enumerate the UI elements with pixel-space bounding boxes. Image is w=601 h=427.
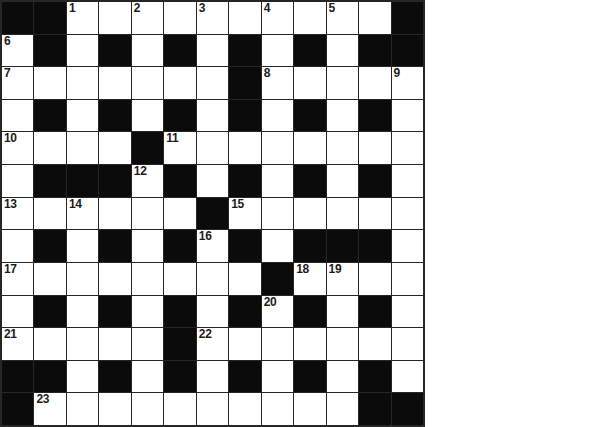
black-cell-r9c11	[359, 296, 390, 328]
white-cell-r8c10[interactable]: 19	[327, 263, 358, 295]
clue-number-16: 16	[199, 230, 212, 244]
black-cell-r8c8	[262, 263, 293, 295]
black-cell-r11c11	[359, 361, 390, 393]
white-cell-r5c12[interactable]	[392, 165, 423, 197]
white-cell-r1c8[interactable]	[262, 35, 293, 67]
white-cell-r5c0[interactable]	[2, 165, 33, 197]
black-cell-r0c0	[2, 2, 33, 34]
white-cell-r4c12[interactable]	[392, 132, 423, 164]
clue-number-8: 8	[264, 67, 270, 81]
white-cell-r12c4[interactable]	[132, 393, 163, 425]
white-cell-r1c10[interactable]	[327, 35, 358, 67]
clue-number-11: 11	[166, 132, 178, 146]
white-cell-r9c0[interactable]	[2, 296, 33, 328]
black-cell-r3c1	[34, 100, 65, 132]
white-cell-r0c5[interactable]	[164, 2, 195, 34]
white-cell-r3c4[interactable]	[132, 100, 163, 132]
white-cell-r4c7[interactable]	[229, 132, 260, 164]
white-cell-r8c6[interactable]	[197, 263, 228, 295]
clue-number-18: 18	[296, 263, 309, 277]
page: 1234567891011121314151617181920212223	[0, 0, 601, 427]
white-cell-r2c9[interactable]	[294, 67, 325, 99]
white-cell-r7c4[interactable]	[132, 230, 163, 262]
black-cell-r9c5	[164, 296, 195, 328]
black-cell-r7c7	[229, 230, 260, 262]
black-cell-r12c11	[359, 393, 390, 425]
white-cell-r6c8[interactable]	[262, 198, 293, 230]
white-cell-r12c1[interactable]: 23	[34, 393, 65, 425]
white-cell-r6c3[interactable]	[99, 198, 130, 230]
clue-number-14: 14	[69, 198, 82, 212]
white-cell-r9c12[interactable]	[392, 296, 423, 328]
white-cell-r3c10[interactable]	[327, 100, 358, 132]
white-cell-r10c8[interactable]	[262, 328, 293, 360]
white-cell-r0c10[interactable]: 5	[327, 2, 358, 34]
black-cell-r7c3	[99, 230, 130, 262]
white-cell-r5c8[interactable]	[262, 165, 293, 197]
white-cell-r4c8[interactable]	[262, 132, 293, 164]
white-cell-r10c11[interactable]	[359, 328, 390, 360]
white-cell-r12c5[interactable]	[164, 393, 195, 425]
black-cell-r3c7	[229, 100, 260, 132]
black-cell-r5c5	[164, 165, 195, 197]
white-cell-r8c2[interactable]	[67, 263, 98, 295]
black-cell-r1c11	[359, 35, 390, 67]
white-cell-r10c9[interactable]	[294, 328, 325, 360]
clue-number-17: 17	[4, 263, 17, 277]
white-cell-r12c8[interactable]	[262, 393, 293, 425]
black-cell-r1c7	[229, 35, 260, 67]
black-cell-r5c1	[34, 165, 65, 197]
clue-number-5: 5	[329, 2, 335, 16]
white-cell-r11c2[interactable]	[67, 361, 98, 393]
black-cell-r9c1	[34, 296, 65, 328]
white-cell-r7c12[interactable]	[392, 230, 423, 262]
black-cell-r0c1	[34, 2, 65, 34]
clue-number-3: 3	[199, 2, 205, 16]
white-cell-r11c12[interactable]	[392, 361, 423, 393]
clue-number-2: 2	[134, 2, 140, 16]
white-cell-r11c4[interactable]	[132, 361, 163, 393]
white-cell-r0c7[interactable]	[229, 2, 260, 34]
black-cell-r7c5	[164, 230, 195, 262]
white-cell-r12c10[interactable]	[327, 393, 358, 425]
white-cell-r4c9[interactable]	[294, 132, 325, 164]
clue-number-4: 4	[264, 2, 270, 16]
white-cell-r0c4[interactable]: 2	[132, 2, 163, 34]
black-cell-r5c3	[99, 165, 130, 197]
white-cell-r12c2[interactable]	[67, 393, 98, 425]
white-cell-r8c0[interactable]: 17	[2, 263, 33, 295]
white-cell-r6c0[interactable]: 13	[2, 198, 33, 230]
black-cell-r7c10	[327, 230, 358, 262]
white-cell-r8c1[interactable]	[34, 263, 65, 295]
white-cell-r6c2[interactable]: 14	[67, 198, 98, 230]
white-cell-r12c7[interactable]	[229, 393, 260, 425]
clue-number-12: 12	[134, 165, 147, 179]
black-cell-r11c9	[294, 361, 325, 393]
white-cell-r8c12[interactable]	[392, 263, 423, 295]
white-cell-r3c12[interactable]	[392, 100, 423, 132]
white-cell-r6c1[interactable]	[34, 198, 65, 230]
clue-number-13: 13	[4, 198, 17, 212]
white-cell-r3c0[interactable]	[2, 100, 33, 132]
clue-number-21: 21	[4, 328, 17, 342]
white-cell-r2c11[interactable]	[359, 67, 390, 99]
white-cell-r4c1[interactable]	[34, 132, 65, 164]
white-cell-r0c3[interactable]	[99, 2, 130, 34]
clue-number-7: 7	[4, 67, 10, 81]
white-cell-r8c3[interactable]	[99, 263, 130, 295]
white-cell-r6c7[interactable]: 15	[229, 198, 260, 230]
black-cell-r4c4	[132, 132, 163, 164]
white-cell-r8c11[interactable]	[359, 263, 390, 295]
white-cell-r4c10[interactable]	[327, 132, 358, 164]
white-cell-r2c1[interactable]	[34, 67, 65, 99]
white-cell-r0c9[interactable]	[294, 2, 325, 34]
black-cell-r11c3	[99, 361, 130, 393]
white-cell-r1c2[interactable]	[67, 35, 98, 67]
white-cell-r0c6[interactable]: 3	[197, 2, 228, 34]
black-cell-r2c7	[229, 67, 260, 99]
white-cell-r4c6[interactable]	[197, 132, 228, 164]
clue-number-15: 15	[231, 198, 244, 212]
white-cell-r4c0[interactable]: 10	[2, 132, 33, 164]
white-cell-r7c0[interactable]	[2, 230, 33, 262]
white-cell-r11c8[interactable]	[262, 361, 293, 393]
white-cell-r7c2[interactable]	[67, 230, 98, 262]
white-cell-r4c5[interactable]: 11	[164, 132, 195, 164]
black-cell-r9c9	[294, 296, 325, 328]
white-cell-r11c10[interactable]	[327, 361, 358, 393]
black-cell-r3c5	[164, 100, 195, 132]
white-cell-r2c3[interactable]	[99, 67, 130, 99]
black-cell-r3c11	[359, 100, 390, 132]
white-cell-r7c8[interactable]	[262, 230, 293, 262]
white-cell-r5c10[interactable]	[327, 165, 358, 197]
white-cell-r8c7[interactable]	[229, 263, 260, 295]
clue-number-19: 19	[329, 263, 342, 277]
white-cell-r3c2[interactable]	[67, 100, 98, 132]
white-cell-r1c4[interactable]	[132, 35, 163, 67]
white-cell-r6c11[interactable]	[359, 198, 390, 230]
clue-number-20: 20	[264, 296, 277, 310]
black-cell-r9c3	[99, 296, 130, 328]
white-cell-r10c4[interactable]	[132, 328, 163, 360]
white-cell-r9c8[interactable]: 20	[262, 296, 293, 328]
white-cell-r6c4[interactable]	[132, 198, 163, 230]
white-cell-r5c4[interactable]: 12	[132, 165, 163, 197]
black-cell-r1c9	[294, 35, 325, 67]
white-cell-r10c0[interactable]: 21	[2, 328, 33, 360]
white-cell-r8c5[interactable]	[164, 263, 195, 295]
white-cell-r6c5[interactable]	[164, 198, 195, 230]
black-cell-r11c1	[34, 361, 65, 393]
black-cell-r6c6	[197, 198, 228, 230]
black-cell-r12c0	[2, 393, 33, 425]
crossword-grid: 1234567891011121314151617181920212223	[0, 0, 425, 427]
white-cell-r9c4[interactable]	[132, 296, 163, 328]
black-cell-r9c7	[229, 296, 260, 328]
white-cell-r2c12[interactable]: 9	[392, 67, 423, 99]
black-cell-r7c11	[359, 230, 390, 262]
white-cell-r3c6[interactable]	[197, 100, 228, 132]
black-cell-r3c3	[99, 100, 130, 132]
white-cell-r0c2[interactable]: 1	[67, 2, 98, 34]
black-cell-r11c0	[2, 361, 33, 393]
white-cell-r9c6[interactable]	[197, 296, 228, 328]
clue-number-10: 10	[4, 132, 17, 146]
clue-number-23: 23	[36, 393, 49, 407]
black-cell-r3c9	[294, 100, 325, 132]
white-cell-r7c6[interactable]: 16	[197, 230, 228, 262]
black-cell-r11c7	[229, 361, 260, 393]
white-cell-r2c8[interactable]: 8	[262, 67, 293, 99]
clue-number-9: 9	[394, 67, 400, 81]
white-cell-r4c11[interactable]	[359, 132, 390, 164]
black-cell-r11c5	[164, 361, 195, 393]
white-cell-r2c4[interactable]	[132, 67, 163, 99]
white-cell-r0c11[interactable]	[359, 2, 390, 34]
black-cell-r1c5	[164, 35, 195, 67]
white-cell-r10c7[interactable]	[229, 328, 260, 360]
white-cell-r1c6[interactable]	[197, 35, 228, 67]
white-cell-r4c2[interactable]	[67, 132, 98, 164]
white-cell-r0c8[interactable]: 4	[262, 2, 293, 34]
black-cell-r12c12	[392, 393, 423, 425]
black-cell-r5c2	[67, 165, 98, 197]
white-cell-r9c2[interactable]	[67, 296, 98, 328]
white-cell-r3c8[interactable]	[262, 100, 293, 132]
clue-number-1: 1	[69, 2, 75, 16]
white-cell-r12c9[interactable]	[294, 393, 325, 425]
black-cell-r5c7	[229, 165, 260, 197]
white-cell-r2c0[interactable]: 7	[2, 67, 33, 99]
white-cell-r12c3[interactable]	[99, 393, 130, 425]
black-cell-r1c1	[34, 35, 65, 67]
black-cell-r5c11	[359, 165, 390, 197]
white-cell-r9c10[interactable]	[327, 296, 358, 328]
white-cell-r2c5[interactable]	[164, 67, 195, 99]
white-cell-r5c6[interactable]	[197, 165, 228, 197]
white-cell-r4c3[interactable]	[99, 132, 130, 164]
white-cell-r10c2[interactable]	[67, 328, 98, 360]
white-cell-r8c9[interactable]: 18	[294, 263, 325, 295]
black-cell-r7c9	[294, 230, 325, 262]
black-cell-r1c3	[99, 35, 130, 67]
black-cell-r1c12	[392, 35, 423, 67]
black-cell-r10c5	[164, 328, 195, 360]
clue-number-22: 22	[199, 328, 212, 342]
white-cell-r10c6[interactable]: 22	[197, 328, 228, 360]
white-cell-r6c10[interactable]	[327, 198, 358, 230]
white-cell-r2c2[interactable]	[67, 67, 98, 99]
black-cell-r7c1	[34, 230, 65, 262]
white-cell-r10c1[interactable]	[34, 328, 65, 360]
white-cell-r1c0[interactable]: 6	[2, 35, 33, 67]
white-cell-r10c10[interactable]	[327, 328, 358, 360]
black-cell-r5c9	[294, 165, 325, 197]
white-cell-r2c10[interactable]	[327, 67, 358, 99]
white-cell-r12c6[interactable]	[197, 393, 228, 425]
white-cell-r8c4[interactable]	[132, 263, 163, 295]
white-cell-r2c6[interactable]	[197, 67, 228, 99]
white-cell-r6c9[interactable]	[294, 198, 325, 230]
white-cell-r6c12[interactable]	[392, 198, 423, 230]
white-cell-r11c6[interactable]	[197, 361, 228, 393]
white-cell-r10c12[interactable]	[392, 328, 423, 360]
black-cell-r0c12	[392, 2, 423, 34]
clue-number-6: 6	[4, 35, 10, 49]
white-cell-r10c3[interactable]	[99, 328, 130, 360]
